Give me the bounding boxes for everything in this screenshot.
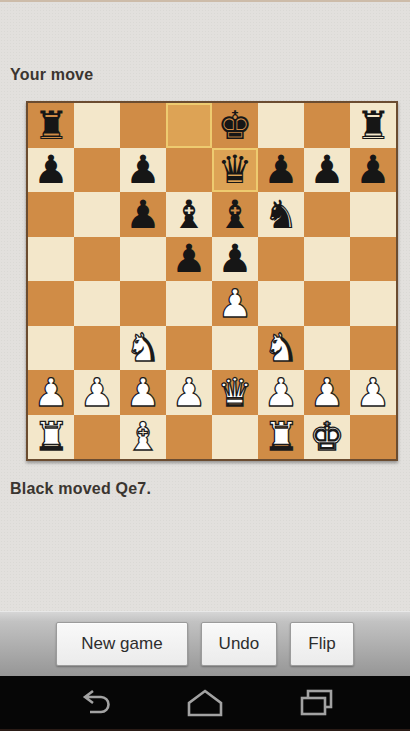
square-f5[interactable] — [258, 237, 304, 282]
white-pawn: ♟ — [80, 373, 115, 412]
chess-board[interactable]: ♜♚♜♟♟♛♟♟♟♟♝♝♞♟♟♟♞♞♟♟♟♟♛♟♟♟♜♝♜♚ — [26, 101, 398, 461]
undo-button[interactable]: Undo — [201, 622, 278, 666]
white-pawn: ♟ — [264, 373, 299, 412]
square-b4[interactable] — [74, 281, 120, 326]
white-queen: ♛ — [218, 373, 253, 412]
black-pawn: ♟ — [218, 239, 253, 278]
black-bishop: ♝ — [172, 195, 207, 234]
square-d7[interactable] — [166, 148, 212, 193]
white-pawn: ♟ — [356, 373, 391, 412]
square-g1[interactable]: ♚ — [304, 415, 350, 460]
black-pawn: ♟ — [356, 150, 391, 189]
square-e1[interactable] — [212, 415, 258, 460]
black-bishop: ♝ — [218, 195, 253, 234]
square-a3[interactable] — [28, 326, 74, 371]
square-e6[interactable]: ♝ — [212, 192, 258, 237]
white-pawn: ♟ — [126, 373, 161, 412]
phone-screen: Your move ♜♚♜♟♟♛♟♟♟♟♝♝♞♟♟♟♞♞♟♟♟♟♛♟♟♟♜♝♜♚… — [0, 0, 410, 731]
white-knight: ♞ — [264, 328, 299, 367]
black-pawn: ♟ — [34, 150, 69, 189]
white-bishop: ♝ — [126, 417, 161, 456]
square-h4[interactable] — [350, 281, 396, 326]
square-f6[interactable]: ♞ — [258, 192, 304, 237]
square-d1[interactable] — [166, 415, 212, 460]
black-pawn: ♟ — [172, 239, 207, 278]
square-a5[interactable] — [28, 237, 74, 282]
square-d8[interactable] — [166, 103, 212, 148]
square-e2[interactable]: ♛ — [212, 370, 258, 415]
square-h7[interactable]: ♟ — [350, 148, 396, 193]
square-c8[interactable] — [120, 103, 166, 148]
square-g3[interactable] — [304, 326, 350, 371]
square-b5[interactable] — [74, 237, 120, 282]
black-pawn: ♟ — [310, 150, 345, 189]
square-d6[interactable]: ♝ — [166, 192, 212, 237]
home-icon[interactable] — [183, 688, 227, 718]
square-a2[interactable]: ♟ — [28, 370, 74, 415]
move-message: Black moved Qe7. — [10, 480, 151, 498]
square-g4[interactable] — [304, 281, 350, 326]
white-knight: ♞ — [126, 328, 161, 367]
square-c7[interactable]: ♟ — [120, 148, 166, 193]
square-h6[interactable] — [350, 192, 396, 237]
back-icon[interactable] — [71, 688, 115, 718]
white-rook: ♜ — [264, 417, 299, 456]
square-b8[interactable] — [74, 103, 120, 148]
android-nav-bar — [0, 676, 410, 731]
square-a6[interactable] — [28, 192, 74, 237]
square-f7[interactable]: ♟ — [258, 148, 304, 193]
square-d4[interactable] — [166, 281, 212, 326]
square-b2[interactable]: ♟ — [74, 370, 120, 415]
square-a7[interactable]: ♟ — [28, 148, 74, 193]
square-c2[interactable]: ♟ — [120, 370, 166, 415]
square-g7[interactable]: ♟ — [304, 148, 350, 193]
square-h2[interactable]: ♟ — [350, 370, 396, 415]
square-h3[interactable] — [350, 326, 396, 371]
square-g6[interactable] — [304, 192, 350, 237]
square-f8[interactable] — [258, 103, 304, 148]
square-g8[interactable] — [304, 103, 350, 148]
black-rook: ♜ — [34, 106, 69, 145]
square-f4[interactable] — [258, 281, 304, 326]
square-f2[interactable]: ♟ — [258, 370, 304, 415]
square-e3[interactable] — [212, 326, 258, 371]
square-b6[interactable] — [74, 192, 120, 237]
black-rook: ♜ — [356, 106, 391, 145]
white-pawn: ♟ — [172, 373, 207, 412]
square-b3[interactable] — [74, 326, 120, 371]
square-h8[interactable]: ♜ — [350, 103, 396, 148]
square-f1[interactable]: ♜ — [258, 415, 304, 460]
square-d5[interactable]: ♟ — [166, 237, 212, 282]
new-game-button[interactable]: New game — [56, 622, 187, 666]
square-c3[interactable]: ♞ — [120, 326, 166, 371]
white-pawn: ♟ — [218, 284, 253, 323]
square-f3[interactable]: ♞ — [258, 326, 304, 371]
white-king: ♚ — [310, 417, 345, 456]
recents-icon[interactable] — [295, 688, 339, 718]
square-a1[interactable]: ♜ — [28, 415, 74, 460]
square-c1[interactable]: ♝ — [120, 415, 166, 460]
square-e4[interactable]: ♟ — [212, 281, 258, 326]
square-c6[interactable]: ♟ — [120, 192, 166, 237]
white-pawn: ♟ — [34, 373, 69, 412]
black-pawn: ♟ — [126, 150, 161, 189]
black-knight: ♞ — [264, 195, 299, 234]
square-d3[interactable] — [166, 326, 212, 371]
square-c5[interactable] — [120, 237, 166, 282]
black-pawn: ♟ — [126, 195, 161, 234]
square-h1[interactable] — [350, 415, 396, 460]
square-b7[interactable] — [74, 148, 120, 193]
square-a8[interactable]: ♜ — [28, 103, 74, 148]
square-d2[interactable]: ♟ — [166, 370, 212, 415]
square-e5[interactable]: ♟ — [212, 237, 258, 282]
flip-button[interactable]: Flip — [290, 622, 353, 666]
top-edge-line — [0, 0, 410, 2]
button-bar: New game Undo Flip — [0, 611, 410, 676]
black-queen: ♛ — [218, 150, 253, 189]
square-a4[interactable] — [28, 281, 74, 326]
square-e7[interactable]: ♛ — [212, 148, 258, 193]
square-e8[interactable]: ♚ — [212, 103, 258, 148]
black-pawn: ♟ — [264, 150, 299, 189]
square-g5[interactable] — [304, 237, 350, 282]
turn-status: Your move — [10, 66, 93, 84]
square-c4[interactable] — [120, 281, 166, 326]
white-rook: ♜ — [34, 417, 69, 456]
square-g2[interactable]: ♟ — [304, 370, 350, 415]
square-h5[interactable] — [350, 237, 396, 282]
black-king: ♚ — [218, 106, 253, 145]
white-pawn: ♟ — [310, 373, 345, 412]
square-b1[interactable] — [74, 415, 120, 460]
